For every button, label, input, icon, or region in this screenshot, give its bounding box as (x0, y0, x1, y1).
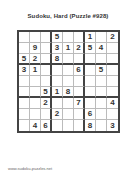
cell-r5c3 (41, 76, 52, 87)
sudoku-sheet: Sudoku, Hard (Puzzle #928) 5129312545283… (0, 0, 136, 176)
cell-r9c9: 3 (107, 120, 118, 131)
cell-r2c2: 9 (30, 43, 41, 54)
sudoku-grid: 5129312545283165518274264683 (17, 30, 120, 133)
cell-r4c7 (85, 65, 96, 76)
cell-r7c2 (30, 98, 41, 109)
cell-r6c1 (19, 87, 30, 98)
cell-r4c6: 6 (74, 65, 85, 76)
cell-r5c1 (19, 76, 30, 87)
cell-r3c9 (107, 54, 118, 65)
cell-r6c9 (107, 87, 118, 98)
cell-r1c3 (41, 32, 52, 43)
cell-r8c3 (41, 109, 52, 120)
cell-r8c4: 2 (52, 109, 63, 120)
cell-r3c8 (96, 54, 107, 65)
cell-r6c8 (96, 87, 107, 98)
cell-r3c6 (74, 54, 85, 65)
cell-r4c2: 1 (30, 65, 41, 76)
cell-r4c1: 3 (19, 65, 30, 76)
cell-r4c9 (107, 65, 118, 76)
cell-r5c6 (74, 76, 85, 87)
cell-r5c5 (63, 76, 74, 87)
cell-r5c7 (85, 76, 96, 87)
cell-r8c2 (30, 109, 41, 120)
cell-r2c5: 1 (63, 43, 74, 54)
cell-r2c6: 2 (74, 43, 85, 54)
cell-r5c4 (52, 76, 63, 87)
cell-r9c4 (52, 120, 63, 131)
cell-r1c6 (74, 32, 85, 43)
cell-r1c4: 5 (52, 32, 63, 43)
cell-r2c7: 5 (85, 43, 96, 54)
footer-url: www.sudoku-puzzles.net (8, 166, 52, 171)
cell-r6c6 (74, 87, 85, 98)
cell-r3c7 (85, 54, 96, 65)
cell-r2c3 (41, 43, 52, 54)
cell-r1c5 (63, 32, 74, 43)
cell-r2c4: 3 (52, 43, 63, 54)
cell-r2c9 (107, 43, 118, 54)
cell-r6c7 (85, 87, 96, 98)
cell-r5c2 (30, 76, 41, 87)
cell-r3c5 (63, 54, 74, 65)
cell-r7c9: 4 (107, 98, 118, 109)
cell-r2c8: 4 (96, 43, 107, 54)
cell-r1c7: 1 (85, 32, 96, 43)
cell-r1c8 (96, 32, 107, 43)
cell-r7c7 (85, 98, 96, 109)
cell-r8c7: 6 (85, 109, 96, 120)
cell-r2c1 (19, 43, 30, 54)
cell-r4c5 (63, 65, 74, 76)
cell-r5c8 (96, 76, 107, 87)
cell-r9c5 (63, 120, 74, 131)
cell-r9c1 (19, 120, 30, 131)
cell-r4c3 (41, 65, 52, 76)
cell-r4c4 (52, 65, 63, 76)
cell-r3c3 (41, 54, 52, 65)
cell-r8c8 (96, 109, 107, 120)
cell-r7c5 (63, 98, 74, 109)
cell-r9c2: 4 (30, 120, 41, 131)
page-title: Sudoku, Hard (Puzzle #928) (0, 13, 136, 19)
cell-r7c4 (52, 98, 63, 109)
cell-r6c5: 8 (63, 87, 74, 98)
cell-r7c3: 2 (41, 98, 52, 109)
cell-r5c9 (107, 76, 118, 87)
cell-r8c9 (107, 109, 118, 120)
cell-r6c3: 5 (41, 87, 52, 98)
cell-r3c1: 5 (19, 54, 30, 65)
cell-r6c4: 1 (52, 87, 63, 98)
cell-r6c2 (30, 87, 41, 98)
cell-r8c5 (63, 109, 74, 120)
cell-r9c6 (74, 120, 85, 131)
cell-r7c6: 7 (74, 98, 85, 109)
cell-r9c8 (96, 120, 107, 131)
cell-r1c2 (30, 32, 41, 43)
cell-r1c9: 2 (107, 32, 118, 43)
cell-r3c2: 2 (30, 54, 41, 65)
cell-r4c8: 5 (96, 65, 107, 76)
cell-r7c8 (96, 98, 107, 109)
cell-r8c1 (19, 109, 30, 120)
cell-r7c1 (19, 98, 30, 109)
cell-r9c7: 8 (85, 120, 96, 131)
cell-r9c3: 6 (41, 120, 52, 131)
cell-r8c6 (74, 109, 85, 120)
cell-r1c1 (19, 32, 30, 43)
cell-r3c4: 8 (52, 54, 63, 65)
